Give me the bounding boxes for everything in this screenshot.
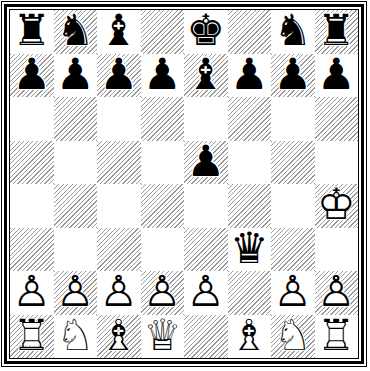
square-b8[interactable]: ♞ (54, 10, 98, 54)
square-g6[interactable] (271, 97, 315, 141)
square-b1[interactable]: ♞♘ (54, 315, 98, 359)
square-b7[interactable]: ♟ (54, 54, 98, 98)
square-e6[interactable] (184, 97, 228, 141)
square-d7[interactable]: ♟ (141, 54, 185, 98)
black-pawn: ♟ (99, 54, 138, 96)
white-king: ♚♔ (317, 184, 356, 226)
white-pawn-outline: ♙ (56, 271, 95, 313)
square-d1[interactable]: ♛♕ (141, 315, 185, 359)
square-b3[interactable] (54, 228, 98, 272)
black-pawn: ♟ (317, 54, 356, 96)
square-b4[interactable] (54, 184, 98, 228)
white-bishop: ♝♗ (230, 315, 269, 357)
square-g5[interactable] (271, 141, 315, 185)
white-pawn: ♟♙ (186, 271, 225, 313)
square-g7[interactable]: ♟ (271, 54, 315, 98)
square-b5[interactable] (54, 141, 98, 185)
white-queen-outline: ♕ (143, 315, 182, 357)
square-d2[interactable]: ♟♙ (141, 271, 185, 315)
white-pawn: ♟♙ (56, 271, 95, 313)
square-a6[interactable] (10, 97, 54, 141)
white-rook: ♜♖ (317, 315, 356, 357)
black-knight: ♞ (56, 10, 95, 52)
square-e3[interactable] (184, 228, 228, 272)
square-a4[interactable] (10, 184, 54, 228)
square-g3[interactable] (271, 228, 315, 272)
white-bishop-outline: ♗ (230, 315, 269, 357)
chess-board: ♜♞♝♚♞♜♟♟♟♟♝♟♟♟♟♚♔♛♟♙♟♙♟♙♟♙♟♙♟♙♟♙♜♖♞♘♝♗♛♕… (10, 10, 358, 358)
board-frame-inner: ♜♞♝♚♞♜♟♟♟♟♝♟♟♟♟♚♔♛♟♙♟♙♟♙♟♙♟♙♟♙♟♙♜♖♞♘♝♗♛♕… (9, 9, 359, 359)
white-pawn: ♟♙ (143, 271, 182, 313)
square-a1[interactable]: ♜♖ (10, 315, 54, 359)
square-d5[interactable] (141, 141, 185, 185)
black-pawn: ♟ (186, 141, 225, 183)
black-pawn: ♟ (230, 54, 269, 96)
square-d4[interactable] (141, 184, 185, 228)
white-pawn: ♟♙ (317, 271, 356, 313)
white-bishop-outline: ♗ (99, 315, 138, 357)
square-h7[interactable]: ♟ (315, 54, 359, 98)
black-pawn: ♟ (273, 54, 312, 96)
square-h1[interactable]: ♜♖ (315, 315, 359, 359)
square-f6[interactable] (228, 97, 272, 141)
white-knight: ♞♘ (56, 315, 95, 357)
square-d6[interactable] (141, 97, 185, 141)
square-d8[interactable] (141, 10, 185, 54)
square-f7[interactable]: ♟ (228, 54, 272, 98)
square-d3[interactable] (141, 228, 185, 272)
square-h8[interactable]: ♜ (315, 10, 359, 54)
square-c8[interactable]: ♝ (97, 10, 141, 54)
square-c3[interactable] (97, 228, 141, 272)
square-f3[interactable]: ♛ (228, 228, 272, 272)
black-pawn: ♟ (12, 54, 51, 96)
white-pawn-outline: ♙ (12, 271, 51, 313)
square-h5[interactable] (315, 141, 359, 185)
square-e4[interactable] (184, 184, 228, 228)
white-king-outline: ♔ (317, 184, 356, 226)
white-pawn-outline: ♙ (317, 271, 356, 313)
square-c1[interactable]: ♝♗ (97, 315, 141, 359)
white-queen: ♛♕ (143, 315, 182, 357)
square-h4[interactable]: ♚♔ (315, 184, 359, 228)
white-knight-outline: ♘ (56, 315, 95, 357)
white-pawn-outline: ♙ (143, 271, 182, 313)
white-pawn: ♟♙ (273, 271, 312, 313)
square-c4[interactable] (97, 184, 141, 228)
white-pawn-outline: ♙ (186, 271, 225, 313)
white-pawn: ♟♙ (99, 271, 138, 313)
black-rook: ♜ (12, 10, 51, 52)
square-e7[interactable]: ♝ (184, 54, 228, 98)
black-pawn: ♟ (56, 54, 95, 96)
square-h6[interactable] (315, 97, 359, 141)
board-frame-thick: ♜♞♝♚♞♜♟♟♟♟♝♟♟♟♟♚♔♛♟♙♟♙♟♙♟♙♟♙♟♙♟♙♜♖♞♘♝♗♛♕… (4, 4, 364, 364)
white-rook-outline: ♖ (12, 315, 51, 357)
square-f2[interactable] (228, 271, 272, 315)
square-a2[interactable]: ♟♙ (10, 271, 54, 315)
square-f8[interactable] (228, 10, 272, 54)
square-b6[interactable] (54, 97, 98, 141)
square-g4[interactable] (271, 184, 315, 228)
square-e1[interactable] (184, 315, 228, 359)
square-g1[interactable]: ♞♘ (271, 315, 315, 359)
square-a8[interactable]: ♜ (10, 10, 54, 54)
black-bishop: ♝ (186, 54, 225, 96)
square-g2[interactable]: ♟♙ (271, 271, 315, 315)
square-h3[interactable] (315, 228, 359, 272)
white-pawn-outline: ♙ (273, 271, 312, 313)
black-rook: ♜ (317, 10, 356, 52)
white-knight: ♞♘ (273, 315, 312, 357)
white-pawn: ♟♙ (12, 271, 51, 313)
square-e8[interactable]: ♚ (184, 10, 228, 54)
square-f1[interactable]: ♝♗ (228, 315, 272, 359)
black-knight: ♞ (273, 10, 312, 52)
white-knight-outline: ♘ (273, 315, 312, 357)
square-g8[interactable]: ♞ (271, 10, 315, 54)
square-c6[interactable] (97, 97, 141, 141)
square-h2[interactable]: ♟♙ (315, 271, 359, 315)
white-bishop: ♝♗ (99, 315, 138, 357)
white-pawn-outline: ♙ (99, 271, 138, 313)
square-c7[interactable]: ♟ (97, 54, 141, 98)
black-pawn: ♟ (143, 54, 182, 96)
square-c5[interactable] (97, 141, 141, 185)
square-a3[interactable] (10, 228, 54, 272)
square-c2[interactable]: ♟♙ (97, 271, 141, 315)
square-a5[interactable] (10, 141, 54, 185)
square-e5[interactable]: ♟ (184, 141, 228, 185)
black-king: ♚ (186, 10, 225, 52)
black-bishop: ♝ (99, 10, 138, 52)
square-f4[interactable] (228, 184, 272, 228)
square-a7[interactable]: ♟ (10, 54, 54, 98)
white-rook-outline: ♖ (317, 315, 356, 357)
white-rook: ♜♖ (12, 315, 51, 357)
square-b2[interactable]: ♟♙ (54, 271, 98, 315)
diagram-page: ♜♞♝♚♞♜♟♟♟♟♝♟♟♟♟♚♔♛♟♙♟♙♟♙♟♙♟♙♟♙♟♙♜♖♞♘♝♗♛♕… (0, 0, 370, 371)
black-queen: ♛ (230, 228, 269, 270)
board-frame-outer: ♜♞♝♚♞♜♟♟♟♟♝♟♟♟♟♚♔♛♟♙♟♙♟♙♟♙♟♙♟♙♟♙♜♖♞♘♝♗♛♕… (1, 1, 367, 367)
square-f5[interactable] (228, 141, 272, 185)
square-e2[interactable]: ♟♙ (184, 271, 228, 315)
